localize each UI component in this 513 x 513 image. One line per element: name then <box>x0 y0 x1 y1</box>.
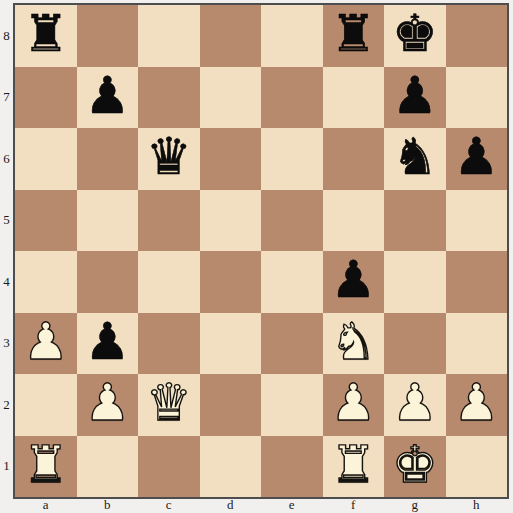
piece-white-pawn: ♟ <box>453 377 499 428</box>
square-a6[interactable] <box>15 128 77 190</box>
square-d6[interactable] <box>200 128 262 190</box>
square-f1[interactable]: ♜ <box>323 436 385 498</box>
file-label-h: h <box>446 497 508 513</box>
square-c8[interactable] <box>138 5 200 67</box>
square-e1[interactable] <box>261 436 323 498</box>
square-d1[interactable] <box>200 436 262 498</box>
square-b3[interactable]: ♟ <box>77 313 139 375</box>
square-d3[interactable] <box>200 313 262 375</box>
square-h6[interactable]: ♟ <box>446 128 508 190</box>
piece-white-pawn: ♟ <box>330 377 376 428</box>
square-e5[interactable] <box>261 190 323 252</box>
rank-label-7: 7 <box>0 67 13 129</box>
square-f7[interactable] <box>323 67 385 129</box>
rank-label-5: 5 <box>0 190 13 252</box>
square-h1[interactable] <box>446 436 508 498</box>
piece-white-knight: ♞ <box>330 316 376 367</box>
square-d7[interactable] <box>200 67 262 129</box>
square-d2[interactable] <box>200 374 262 436</box>
square-c5[interactable] <box>138 190 200 252</box>
piece-black-knight: ♞ <box>392 131 438 182</box>
chess-diagram: 87654321 ♜♜♚♟♟♛♞♟♟♟♟♞♟♛♟♟♟♜♜♚ abcdefgh <box>0 0 513 513</box>
square-h3[interactable] <box>446 313 508 375</box>
rank-label-2: 2 <box>0 374 13 436</box>
square-d5[interactable] <box>200 190 262 252</box>
square-c7[interactable] <box>138 67 200 129</box>
square-e6[interactable] <box>261 128 323 190</box>
square-a1[interactable]: ♜ <box>15 436 77 498</box>
square-c6[interactable]: ♛ <box>138 128 200 190</box>
square-b5[interactable] <box>77 190 139 252</box>
file-label-f: f <box>323 497 385 513</box>
square-a5[interactable] <box>15 190 77 252</box>
square-h7[interactable] <box>446 67 508 129</box>
square-b6[interactable] <box>77 128 139 190</box>
square-g4[interactable] <box>384 251 446 313</box>
piece-black-rook: ♜ <box>330 8 376 59</box>
rank-label-3: 3 <box>0 313 13 375</box>
file-label-c: c <box>138 497 200 513</box>
piece-black-pawn: ♟ <box>84 316 130 367</box>
square-h2[interactable]: ♟ <box>446 374 508 436</box>
square-h5[interactable] <box>446 190 508 252</box>
rank-label-8: 8 <box>0 5 13 67</box>
square-g1[interactable]: ♚ <box>384 436 446 498</box>
piece-white-rook: ♜ <box>23 439 69 490</box>
file-label-d: d <box>200 497 262 513</box>
square-e8[interactable] <box>261 5 323 67</box>
rank-label-1: 1 <box>0 436 13 498</box>
piece-white-pawn: ♟ <box>392 377 438 428</box>
square-f8[interactable]: ♜ <box>323 5 385 67</box>
piece-black-pawn: ♟ <box>392 70 438 121</box>
square-h4[interactable] <box>446 251 508 313</box>
square-a2[interactable] <box>15 374 77 436</box>
piece-black-pawn: ♟ <box>453 131 499 182</box>
square-c4[interactable] <box>138 251 200 313</box>
piece-white-pawn: ♟ <box>84 377 130 428</box>
square-g5[interactable] <box>384 190 446 252</box>
square-g6[interactable]: ♞ <box>384 128 446 190</box>
piece-black-rook: ♜ <box>23 8 69 59</box>
piece-white-rook: ♜ <box>330 439 376 490</box>
piece-black-pawn: ♟ <box>330 254 376 305</box>
square-f4[interactable]: ♟ <box>323 251 385 313</box>
square-f2[interactable]: ♟ <box>323 374 385 436</box>
square-c3[interactable] <box>138 313 200 375</box>
square-c2[interactable]: ♛ <box>138 374 200 436</box>
piece-white-pawn: ♟ <box>23 316 69 367</box>
square-d8[interactable] <box>200 5 262 67</box>
square-g2[interactable]: ♟ <box>384 374 446 436</box>
piece-black-queen: ♛ <box>146 131 192 182</box>
rank-labels: 87654321 <box>0 5 13 497</box>
square-f3[interactable]: ♞ <box>323 313 385 375</box>
file-labels: abcdefgh <box>15 497 507 513</box>
square-h8[interactable] <box>446 5 508 67</box>
square-b1[interactable] <box>77 436 139 498</box>
piece-white-queen: ♛ <box>146 377 192 428</box>
square-a3[interactable]: ♟ <box>15 313 77 375</box>
piece-black-pawn: ♟ <box>84 70 130 121</box>
rank-label-4: 4 <box>0 251 13 313</box>
square-d4[interactable] <box>200 251 262 313</box>
square-b4[interactable] <box>77 251 139 313</box>
square-e4[interactable] <box>261 251 323 313</box>
square-e7[interactable] <box>261 67 323 129</box>
chess-board: ♜♜♚♟♟♛♞♟♟♟♟♞♟♛♟♟♟♜♜♚ <box>13 3 509 499</box>
file-label-b: b <box>77 497 139 513</box>
square-e2[interactable] <box>261 374 323 436</box>
file-label-a: a <box>15 497 77 513</box>
rank-label-6: 6 <box>0 128 13 190</box>
square-e3[interactable] <box>261 313 323 375</box>
file-label-g: g <box>384 497 446 513</box>
square-b2[interactable]: ♟ <box>77 374 139 436</box>
square-a7[interactable] <box>15 67 77 129</box>
square-g3[interactable] <box>384 313 446 375</box>
square-g8[interactable]: ♚ <box>384 5 446 67</box>
square-c1[interactable] <box>138 436 200 498</box>
square-a4[interactable] <box>15 251 77 313</box>
square-a8[interactable]: ♜ <box>15 5 77 67</box>
square-g7[interactable]: ♟ <box>384 67 446 129</box>
piece-black-king: ♚ <box>392 8 438 59</box>
square-f5[interactable] <box>323 190 385 252</box>
piece-white-king: ♚ <box>392 439 438 490</box>
square-f6[interactable] <box>323 128 385 190</box>
square-b7[interactable]: ♟ <box>77 67 139 129</box>
file-label-e: e <box>261 497 323 513</box>
square-b8[interactable] <box>77 5 139 67</box>
